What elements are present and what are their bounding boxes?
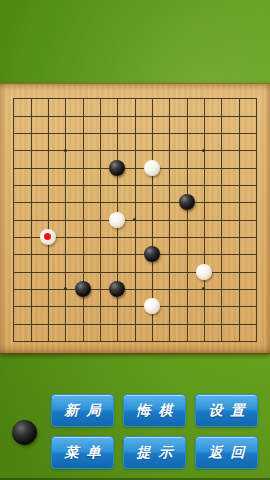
grid-line-v [239,98,240,342]
goban[interactable] [0,83,270,354]
stone-white [196,264,212,280]
undo-button[interactable]: 悔棋 [123,394,186,427]
stone-white [144,298,160,314]
hint-label: 提示 [137,444,181,462]
menu-button[interactable]: 菜单 [51,436,114,469]
stone-white [109,212,125,228]
stone-black [75,281,91,297]
stone-black [144,246,160,262]
new-game-label: 新局 [65,402,109,420]
turn-indicator-stone [12,420,37,445]
stone-white [144,160,160,176]
settings-label: 设置 [209,402,253,420]
settings-button[interactable]: 设置 [195,394,258,427]
grid-line-h [13,324,257,325]
stone-black [109,281,125,297]
star-point [64,149,67,152]
grid-line-h [13,341,257,342]
grid-line-v [256,98,257,342]
stone-black [109,160,125,176]
back-button[interactable]: 返回 [195,436,258,469]
back-label: 返回 [209,444,253,462]
star-point [133,218,136,221]
undo-label: 悔棋 [137,402,181,420]
grid-line-v [221,98,222,342]
hint-button[interactable]: 提示 [123,436,186,469]
app-screen: 新局 悔棋 设置 菜单 提示 返回 [0,0,270,480]
stone-black [179,194,195,210]
new-game-button[interactable]: 新局 [51,394,114,427]
menu-label: 菜单 [65,444,109,462]
